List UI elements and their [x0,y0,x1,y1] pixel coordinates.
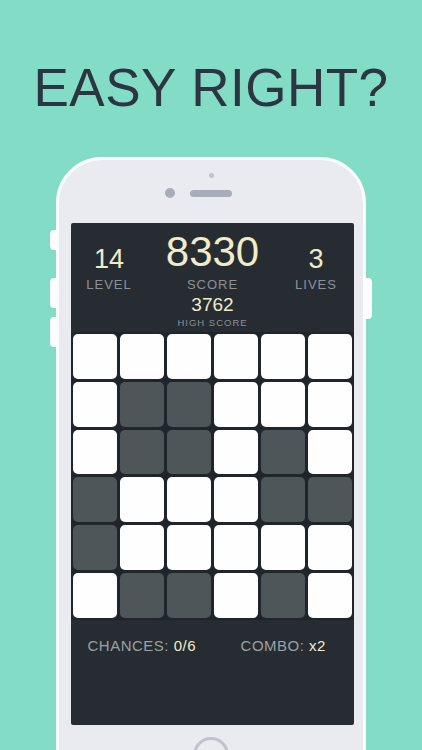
high-score-block: 3762 HIGH SCORE [71,295,354,328]
tile-r6c1-light[interactable] [73,573,117,618]
tile-r1c6-light[interactable] [308,334,352,379]
phone-mockup: 14 LEVEL 8330 SCORE 3 LIVES 3762 HIGH SC… [56,157,366,750]
tile-r1c1-light[interactable] [73,334,117,379]
tile-r4c1-dark[interactable] [73,477,117,522]
app-store-screenshot: EASY RIGHT? 14 LEVEL 8330 SCORE 3 LIVES [0,0,422,750]
game-screen: 14 LEVEL 8330 SCORE 3 LIVES 3762 HIGH SC… [71,223,354,725]
front-camera-icon [165,188,175,198]
tile-r6c3-dark[interactable] [167,573,211,618]
volume-down-button [50,317,59,347]
tile-r2c5-light[interactable] [261,382,305,427]
tile-r4c6-dark[interactable] [308,477,352,522]
tile-r4c2-light[interactable] [120,477,164,522]
game-hud: 14 LEVEL 8330 SCORE 3 LIVES [71,223,354,292]
tile-r6c6-light[interactable] [308,573,352,618]
lives-label: LIVES [295,277,337,292]
tile-r5c4-light[interactable] [214,525,258,570]
tile-r3c2-dark[interactable] [120,430,164,475]
earpiece-speaker [190,190,232,197]
tile-r5c6-light[interactable] [308,525,352,570]
tile-r2c4-light[interactable] [214,382,258,427]
combo-value: x2 [309,637,326,654]
lives-block: 3 LIVES [278,245,354,292]
level-label: LEVEL [86,277,131,292]
chances-label: CHANCES: [87,637,169,654]
combo-label: COMBO: [241,637,305,654]
high-score-value: 3762 [71,295,354,315]
score-label: SCORE [187,277,238,292]
power-button [363,278,372,319]
tile-r5c3-light[interactable] [167,525,211,570]
tile-r6c4-light[interactable] [214,573,258,618]
tile-r2c1-light[interactable] [73,382,117,427]
mute-switch-button [50,230,59,250]
lives-value: 3 [308,245,323,273]
tile-r4c3-light[interactable] [167,477,211,522]
tile-r3c6-light[interactable] [308,430,352,475]
high-score-label: HIGH SCORE [71,317,354,328]
tile-r1c4-light[interactable] [214,334,258,379]
tile-r3c4-light[interactable] [214,430,258,475]
score-value: 8330 [166,231,259,273]
home-button [193,737,229,750]
chances-value: 0/6 [174,637,196,654]
tile-r3c3-dark[interactable] [167,430,211,475]
tile-r1c2-light[interactable] [120,334,164,379]
tile-r1c3-light[interactable] [167,334,211,379]
proximity-sensor-dot [209,173,214,178]
tile-r6c5-dark[interactable] [261,573,305,618]
score-block: 8330 SCORE [147,231,278,292]
tile-r5c2-light[interactable] [120,525,164,570]
combo-stat: COMBO: x2 [213,637,355,654]
level-value: 14 [94,245,124,273]
tile-r4c4-light[interactable] [214,477,258,522]
chances-stat: CHANCES: 0/6 [71,637,213,654]
tile-r5c5-light[interactable] [261,525,305,570]
tile-r3c1-light[interactable] [73,430,117,475]
tile-r2c2-dark[interactable] [120,382,164,427]
tile-r4c5-dark[interactable] [261,477,305,522]
marketing-caption: EASY RIGHT? [0,57,422,118]
status-bar: CHANCES: 0/6 COMBO: x2 [71,620,354,654]
tile-r2c6-light[interactable] [308,382,352,427]
tile-r2c3-dark[interactable] [167,382,211,427]
tile-r1c5-light[interactable] [261,334,305,379]
tile-r6c2-dark[interactable] [120,573,164,618]
tile-r3c5-dark[interactable] [261,430,305,475]
volume-up-button [50,278,59,308]
level-block: 14 LEVEL [71,245,147,292]
tile-r5c1-dark[interactable] [73,525,117,570]
tile-grid [71,332,354,620]
